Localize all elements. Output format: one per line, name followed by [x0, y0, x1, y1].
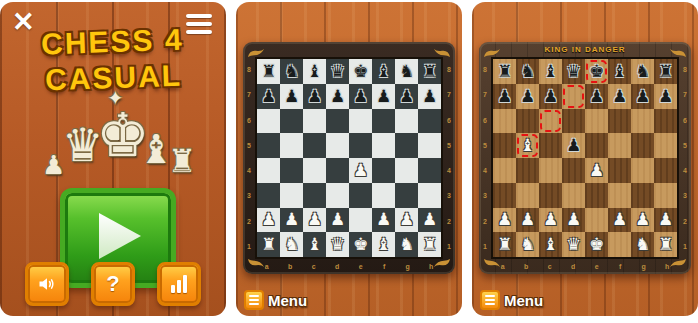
square-b1[interactable]: ♞	[280, 232, 303, 257]
square-h7[interactable]: ♟	[654, 84, 677, 109]
white-knight-piece: ♞	[284, 236, 299, 253]
coordinate-label: 3	[679, 183, 691, 208]
chessboard-frame-start: 87654321 ♜♞♝♛♚♝♞♜♟♟♟♟♟♟♟♟♟♟♟♟♟♟♟♟♜♞♝♛♚♝♞…	[243, 42, 455, 274]
square-c7[interactable]: ♟	[303, 84, 326, 109]
square-e6[interactable]	[349, 109, 372, 134]
square-f6[interactable]	[608, 109, 631, 134]
white-bishop-piece: ♝	[376, 236, 391, 253]
square-g5[interactable]	[395, 133, 418, 158]
rank-labels-right: 87654321	[443, 57, 455, 259]
black-pawn-piece: ♟	[612, 88, 627, 105]
white-king-piece: ♚	[353, 236, 368, 253]
black-queen-piece: ♛	[330, 63, 345, 80]
square-a8[interactable]: ♜	[257, 59, 280, 84]
white-pawn-piece: ♟	[261, 211, 276, 228]
coordinate-label: 2	[679, 209, 691, 234]
black-pawn-piece: ♟	[422, 88, 437, 105]
coordinate-label: 8	[679, 57, 691, 82]
white-pawn-piece: ♟	[353, 162, 368, 179]
black-pawn-piece: ♟	[520, 88, 535, 105]
coordinate-label: 3	[479, 183, 491, 208]
square-a3[interactable]	[493, 183, 516, 208]
corner-ornament-icon	[483, 260, 501, 271]
square-f4[interactable]	[372, 158, 395, 183]
white-bishop-piece: ♝	[307, 236, 322, 253]
square-h5[interactable]	[418, 133, 441, 158]
square-a1[interactable]: ♜	[257, 232, 280, 257]
coordinate-label: 4	[479, 158, 491, 183]
square-a6[interactable]	[493, 109, 516, 134]
square-b5[interactable]	[280, 133, 303, 158]
corner-ornament-icon	[247, 260, 265, 271]
square-e4[interactable]: ♟	[585, 158, 608, 183]
square-a4[interactable]	[493, 158, 516, 183]
square-f1[interactable]: ♝	[372, 232, 395, 257]
coordinate-label: 1	[679, 234, 691, 259]
coordinate-label: 7	[679, 82, 691, 107]
coordinate-label: e	[585, 259, 609, 274]
square-a1[interactable]: ♜	[493, 232, 516, 257]
square-c3[interactable]	[539, 183, 562, 208]
square-h8[interactable]: ♜	[654, 59, 677, 84]
coordinate-label: 2	[443, 209, 455, 234]
square-h3[interactable]	[418, 183, 441, 208]
coordinate-label: b	[279, 259, 303, 274]
square-b6[interactable]	[280, 109, 303, 134]
square-b4[interactable]	[280, 158, 303, 183]
square-f4[interactable]	[608, 158, 631, 183]
black-rook-piece: ♜	[422, 63, 437, 80]
white-pawn-piece: ♟	[422, 211, 437, 228]
coordinate-label: f	[373, 259, 397, 274]
coordinate-label: 4	[679, 158, 691, 183]
coordinate-label: 6	[679, 108, 691, 133]
square-h7[interactable]: ♟	[418, 84, 441, 109]
white-pawn-piece: ♟	[330, 211, 345, 228]
coordinate-label: 6	[443, 108, 455, 133]
square-g7[interactable]: ♟	[395, 84, 418, 109]
home-screen-panel: ✕ CHESS 4 CASUAL ✦ ♟ ♛ ♚ ♝ ♜ ?	[0, 2, 226, 316]
black-queen-piece: ♛	[566, 63, 581, 80]
black-knight-piece: ♞	[399, 63, 414, 80]
square-c6[interactable]	[539, 109, 562, 134]
square-e3[interactable]	[585, 183, 608, 208]
corner-ornament-icon	[483, 45, 501, 56]
rank-labels-right: 87654321	[679, 57, 691, 259]
game-start-panel: 87654321 ♜♞♝♛♚♝♞♜♟♟♟♟♟♟♟♟♟♟♟♟♟♟♟♟♜♞♝♛♚♝♞…	[236, 2, 462, 316]
coordinate-label: 2	[479, 209, 491, 234]
white-pawn-piece: ♟	[589, 162, 604, 179]
white-pawn-piece: ♟	[307, 211, 322, 228]
square-f8[interactable]: ♝	[372, 59, 395, 84]
square-f7[interactable]: ♟	[372, 84, 395, 109]
square-h4[interactable]	[654, 158, 677, 183]
white-queen-piece: ♛	[566, 236, 581, 253]
square-a6[interactable]	[257, 109, 280, 134]
square-c5[interactable]	[539, 133, 562, 158]
black-pawn-piece: ♟	[261, 88, 276, 105]
coordinate-label: f	[609, 259, 633, 274]
black-bishop-piece: ♝	[307, 63, 322, 80]
square-e2[interactable]	[585, 208, 608, 233]
square-d4[interactable]	[562, 158, 585, 183]
square-g2[interactable]: ♟	[631, 208, 654, 233]
coordinate-label: 3	[243, 183, 255, 208]
square-e1[interactable]: ♚	[585, 232, 608, 257]
black-pawn-piece: ♟	[399, 88, 414, 105]
king-in-danger-panel: KING IN DANGER 87654321 ♜♞♝♛♚♝♞♜♟♟♟♟♟♟♟♝…	[472, 2, 698, 316]
square-b5[interactable]: ♝	[516, 133, 539, 158]
square-c2[interactable]: ♟	[303, 208, 326, 233]
white-knight-piece: ♞	[635, 236, 650, 253]
white-knight-piece: ♞	[520, 236, 535, 253]
square-f8[interactable]: ♝	[608, 59, 631, 84]
coordinate-label: 6	[479, 108, 491, 133]
white-pawn-piece: ♟	[376, 211, 391, 228]
black-pawn-piece: ♟	[376, 88, 391, 105]
black-knight-piece: ♞	[520, 63, 535, 80]
home-toolbar: ?	[0, 262, 226, 306]
coordinate-label: 1	[243, 234, 255, 259]
coordinate-label: d	[326, 259, 350, 274]
white-pawn-piece: ♟	[399, 211, 414, 228]
square-g8[interactable]: ♞	[631, 59, 654, 84]
square-h6[interactable]	[654, 109, 677, 134]
white-king-piece: ♚	[589, 236, 604, 253]
square-b2[interactable]: ♟	[516, 208, 539, 233]
sound-button[interactable]	[25, 262, 69, 306]
black-bishop-piece: ♝	[543, 63, 558, 80]
square-c3[interactable]	[303, 183, 326, 208]
square-c1[interactable]: ♝	[539, 232, 562, 257]
black-pawn-piece: ♟	[543, 88, 558, 105]
square-f3[interactable]	[608, 183, 631, 208]
coordinate-label: 2	[243, 209, 255, 234]
square-c7[interactable]: ♟	[539, 84, 562, 109]
square-g1[interactable]: ♞	[395, 232, 418, 257]
coordinate-label: 4	[443, 158, 455, 183]
black-pawn-piece: ♟	[635, 88, 650, 105]
king-in-danger-banner: KING IN DANGER	[479, 42, 691, 57]
black-pawn-piece: ♟	[497, 88, 512, 105]
coordinate-label: e	[349, 259, 373, 274]
square-e7[interactable]: ♟	[349, 84, 372, 109]
white-rook-piece: ♜	[261, 236, 276, 253]
square-c5[interactable]	[303, 133, 326, 158]
square-e6[interactable]	[585, 109, 608, 134]
square-c4[interactable]	[539, 158, 562, 183]
square-a2[interactable]: ♟	[493, 208, 516, 233]
square-d2[interactable]: ♟	[562, 208, 585, 233]
square-f3[interactable]	[372, 183, 395, 208]
square-g1[interactable]: ♞	[631, 232, 654, 257]
square-e8[interactable]: ♚	[585, 59, 608, 84]
square-g3[interactable]	[631, 183, 654, 208]
corner-ornament-icon	[669, 260, 687, 271]
artwork-rook-icon: ♜	[168, 142, 197, 180]
speaker-icon	[37, 274, 57, 294]
coordinate-label: 6	[243, 108, 255, 133]
square-h6[interactable]	[418, 109, 441, 134]
white-rook-piece: ♜	[422, 236, 437, 253]
coordinate-label: 5	[479, 133, 491, 158]
square-a7[interactable]: ♟	[493, 84, 516, 109]
black-rook-piece: ♜	[261, 63, 276, 80]
question-mark-icon: ?	[106, 271, 119, 297]
white-pawn-piece: ♟	[520, 211, 535, 228]
square-c4[interactable]	[303, 158, 326, 183]
square-d3[interactable]	[326, 183, 349, 208]
coordinate-label: 8	[243, 57, 255, 82]
white-rook-piece: ♜	[658, 236, 673, 253]
square-d5[interactable]	[326, 133, 349, 158]
black-bishop-piece: ♝	[376, 63, 391, 80]
chessboard-frame-check: KING IN DANGER 87654321 ♜♞♝♛♚♝♞♜♟♟♟♟♟♟♟♝…	[479, 42, 691, 274]
black-pawn-piece: ♟	[330, 88, 345, 105]
square-f5[interactable]	[608, 133, 631, 158]
square-g4[interactable]	[395, 158, 418, 183]
square-b8[interactable]: ♞	[516, 59, 539, 84]
square-e4[interactable]: ♟	[349, 158, 372, 183]
black-king-piece: ♚	[353, 63, 368, 80]
coordinate-label: b	[515, 259, 539, 274]
square-c1[interactable]: ♝	[303, 232, 326, 257]
black-rook-piece: ♜	[497, 63, 512, 80]
white-pawn-piece: ♟	[284, 211, 299, 228]
square-b8[interactable]: ♞	[280, 59, 303, 84]
square-b7[interactable]: ♟	[516, 84, 539, 109]
square-d1[interactable]: ♛	[326, 232, 349, 257]
square-h2[interactable]: ♟	[654, 208, 677, 233]
square-a3[interactable]	[257, 183, 280, 208]
white-bishop-piece: ♝	[543, 236, 558, 253]
white-knight-piece: ♞	[399, 236, 414, 253]
square-e7[interactable]: ♟	[585, 84, 608, 109]
square-b6[interactable]	[516, 109, 539, 134]
black-pawn-piece: ♟	[284, 88, 299, 105]
square-h8[interactable]: ♜	[418, 59, 441, 84]
menu-button[interactable]: Menu	[480, 290, 543, 310]
square-b2[interactable]: ♟	[280, 208, 303, 233]
square-e1[interactable]: ♚	[349, 232, 372, 257]
square-d2[interactable]: ♟	[326, 208, 349, 233]
square-f2[interactable]: ♟	[608, 208, 631, 233]
coordinate-label: 5	[679, 133, 691, 158]
black-pawn-piece: ♟	[353, 88, 368, 105]
square-g8[interactable]: ♞	[395, 59, 418, 84]
square-f5[interactable]	[372, 133, 395, 158]
chess-board-start[interactable]: ♜♞♝♛♚♝♞♜♟♟♟♟♟♟♟♟♟♟♟♟♟♟♟♟♜♞♝♛♚♝♞♜	[255, 57, 443, 259]
square-h3[interactable]	[654, 183, 677, 208]
corner-ornament-icon	[247, 45, 265, 56]
coordinate-label: 1	[443, 234, 455, 259]
square-f1[interactable]	[608, 232, 631, 257]
square-d3[interactable]	[562, 183, 585, 208]
coordinate-label: d	[562, 259, 586, 274]
square-a7[interactable]: ♟	[257, 84, 280, 109]
square-a5[interactable]	[493, 133, 516, 158]
black-pawn-piece: ♟	[589, 88, 604, 105]
coordinate-label: g	[632, 259, 656, 274]
black-pawn-piece: ♟	[658, 88, 673, 105]
square-d6[interactable]	[562, 109, 585, 134]
black-knight-piece: ♞	[284, 63, 299, 80]
square-g5[interactable]	[631, 133, 654, 158]
file-labels-bottom: abcdefgh	[491, 259, 679, 274]
coordinate-label: 4	[243, 158, 255, 183]
square-d1[interactable]: ♛	[562, 232, 585, 257]
menu-button-label: Menu	[268, 292, 307, 309]
white-pawn-piece: ♟	[612, 211, 627, 228]
coordinate-label: 7	[479, 82, 491, 107]
play-icon	[99, 213, 141, 259]
square-c6[interactable]	[303, 109, 326, 134]
black-bishop-piece: ♝	[612, 63, 627, 80]
square-a2[interactable]: ♟	[257, 208, 280, 233]
black-rook-piece: ♜	[658, 63, 673, 80]
white-pawn-piece: ♟	[658, 211, 673, 228]
black-king-piece: ♚	[589, 63, 604, 80]
white-pawn-piece: ♟	[543, 211, 558, 228]
coordinate-label: g	[396, 259, 420, 274]
square-d8[interactable]: ♛	[562, 59, 585, 84]
square-c8[interactable]: ♝	[539, 59, 562, 84]
square-b3[interactable]	[516, 183, 539, 208]
square-h5[interactable]	[654, 133, 677, 158]
black-pawn-piece: ♟	[307, 88, 322, 105]
rank-labels-left: 87654321	[479, 57, 491, 259]
white-pawn-piece: ♟	[497, 211, 512, 228]
stats-button[interactable]	[157, 262, 201, 306]
menu-hamburger-icon	[480, 290, 500, 310]
chess-pieces-artwork: ✦ ♟ ♛ ♚ ♝ ♜	[0, 98, 226, 188]
coordinate-label: 1	[479, 234, 491, 259]
square-a4[interactable]	[257, 158, 280, 183]
square-d5[interactable]: ♟	[562, 133, 585, 158]
coordinate-label: 5	[443, 133, 455, 158]
white-pawn-piece: ♟	[635, 211, 650, 228]
coordinate-label: 3	[443, 183, 455, 208]
square-h2[interactable]: ♟	[418, 208, 441, 233]
square-b3[interactable]	[280, 183, 303, 208]
chess-board-check[interactable]: ♜♞♝♛♚♝♞♜♟♟♟♟♟♟♟♝♟♟♟♟♟♟♟♟♟♜♞♝♛♚♞♜	[491, 57, 679, 259]
corner-ornament-icon	[669, 45, 687, 56]
square-g2[interactable]: ♟	[395, 208, 418, 233]
square-f7[interactable]: ♟	[608, 84, 631, 109]
square-e5[interactable]	[349, 133, 372, 158]
square-d6[interactable]	[326, 109, 349, 134]
square-f6[interactable]	[372, 109, 395, 134]
screenshot-montage: ✕ CHESS 4 CASUAL ✦ ♟ ♛ ♚ ♝ ♜ ?	[0, 0, 698, 323]
square-b7[interactable]: ♟	[280, 84, 303, 109]
coordinate-label: c	[302, 259, 326, 274]
menu-hamburger-icon	[244, 290, 264, 310]
coordinate-label: 7	[443, 82, 455, 107]
black-knight-piece: ♞	[635, 63, 650, 80]
square-d8[interactable]: ♛	[326, 59, 349, 84]
square-g6[interactable]	[395, 109, 418, 134]
square-g4[interactable]	[631, 158, 654, 183]
file-labels-bottom: abcdefgh	[255, 259, 443, 274]
square-d7[interactable]: ♟	[326, 84, 349, 109]
square-g6[interactable]	[631, 109, 654, 134]
rank-labels-left: 87654321	[243, 57, 255, 259]
coordinate-label: 8	[443, 57, 455, 82]
square-b1[interactable]: ♞	[516, 232, 539, 257]
menu-button-label: Menu	[504, 292, 543, 309]
square-h1[interactable]: ♜	[418, 232, 441, 257]
menu-button[interactable]: Menu	[244, 290, 307, 310]
square-e8[interactable]: ♚	[349, 59, 372, 84]
square-e3[interactable]	[349, 183, 372, 208]
coordinate-label: 5	[243, 133, 255, 158]
coordinate-label: 8	[479, 57, 491, 82]
square-a5[interactable]	[257, 133, 280, 158]
white-rook-piece: ♜	[497, 236, 512, 253]
square-f2[interactable]: ♟	[372, 208, 395, 233]
square-e2[interactable]	[349, 208, 372, 233]
black-pawn-piece: ♟	[566, 137, 581, 154]
corner-ornament-icon	[433, 45, 451, 56]
coordinate-label: 7	[243, 82, 255, 107]
square-b4[interactable]	[516, 158, 539, 183]
bar-chart-icon	[171, 275, 187, 293]
help-button[interactable]: ?	[91, 262, 135, 306]
white-pawn-piece: ♟	[566, 211, 581, 228]
white-queen-piece: ♛	[330, 236, 345, 253]
coordinate-label: c	[538, 259, 562, 274]
square-d4[interactable]	[326, 158, 349, 183]
square-e5[interactable]	[585, 133, 608, 158]
square-h4[interactable]	[418, 158, 441, 183]
square-c2[interactable]: ♟	[539, 208, 562, 233]
square-d7[interactable]	[562, 84, 585, 109]
white-bishop-piece: ♝	[520, 137, 535, 154]
square-h1[interactable]: ♜	[654, 232, 677, 257]
square-c8[interactable]: ♝	[303, 59, 326, 84]
corner-ornament-icon	[433, 260, 451, 271]
square-a8[interactable]: ♜	[493, 59, 516, 84]
square-g7[interactable]: ♟	[631, 84, 654, 109]
square-g3[interactable]	[395, 183, 418, 208]
